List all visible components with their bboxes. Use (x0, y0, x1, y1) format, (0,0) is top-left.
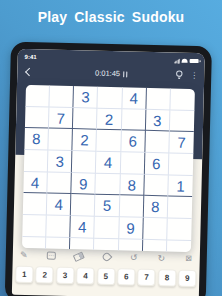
cell-r6c5[interactable] (119, 196, 144, 218)
numpad-key-6[interactable]: 6 (117, 268, 135, 285)
cell-r4c6[interactable]: 6 (145, 153, 170, 175)
cell-r1c5[interactable]: 4 (122, 87, 147, 109)
cell-r5c5[interactable]: 8 (120, 174, 145, 196)
cell-r8c6[interactable] (142, 240, 167, 252)
battery-icon (190, 59, 199, 64)
app-screen: 9:41 0:01:45 (12, 49, 205, 296)
pause-button[interactable] (123, 71, 128, 77)
menu-dots-icon[interactable]: ⋮ (190, 70, 198, 80)
cell-r5c7[interactable]: 1 (168, 175, 193, 197)
cell-r6c1[interactable] (23, 193, 48, 215)
ink-drop-icon[interactable] (100, 251, 112, 263)
numpad: 123456789 (15, 265, 196, 288)
device-frame: 9:41 0:01:45 (5, 42, 212, 296)
cell-r6c3[interactable] (71, 195, 96, 217)
status-icons (174, 58, 199, 64)
app-store-screenshot: Play Classic Sudoku 9:41 0:01:45 (0, 0, 222, 296)
cell-r3c7[interactable]: 7 (169, 132, 194, 154)
cell-r4c3[interactable] (72, 151, 97, 173)
numpad-key-4[interactable]: 4 (76, 267, 94, 284)
redo-icon[interactable]: ↻ (155, 252, 167, 264)
cell-r7c5[interactable]: 9 (119, 217, 144, 239)
clear-icon[interactable]: ⊠ (183, 253, 195, 265)
timer-label: 0:01:45 (95, 69, 120, 79)
cell-r1c2[interactable] (50, 86, 75, 108)
cell-r3c1[interactable]: 8 (24, 128, 49, 150)
cell-r2c4[interactable]: 2 (97, 108, 122, 130)
cell-r1c3[interactable]: 3 (74, 86, 99, 108)
cell-r3c5[interactable]: 6 (121, 131, 146, 153)
cell-r2c6[interactable]: 3 (146, 110, 171, 132)
cell-r3c2[interactable] (49, 129, 74, 151)
numpad-key-7[interactable]: 7 (137, 269, 155, 286)
cell-r2c5[interactable] (121, 109, 146, 131)
cell-r4c7[interactable] (169, 154, 194, 176)
signal-icon (174, 58, 180, 63)
numpad-key-8[interactable]: 8 (158, 269, 176, 286)
cell-r4c4[interactable]: 4 (96, 152, 121, 174)
cell-r5c6[interactable] (144, 175, 169, 197)
cell-r5c1[interactable]: 4 (23, 172, 48, 194)
numpad-key-3[interactable]: 3 (56, 267, 74, 284)
cell-r3c4[interactable] (97, 130, 122, 152)
notes-icon[interactable]: ⋯ (45, 249, 57, 261)
numpad-key-5[interactable]: 5 (97, 268, 115, 285)
cell-r1c1[interactable] (25, 85, 50, 107)
cell-r3c3[interactable]: 2 (73, 129, 98, 151)
cell-r2c2[interactable]: 7 (49, 107, 74, 129)
cell-r7c1[interactable] (22, 215, 47, 237)
cell-r5c4[interactable] (96, 173, 121, 195)
cell-r2c7[interactable] (170, 110, 195, 132)
cell-r5c3[interactable]: 9 (72, 173, 97, 195)
cell-r7c4[interactable] (95, 217, 120, 239)
banner-title: Play Classic Sudoku (0, 9, 222, 25)
cell-r2c1[interactable] (25, 107, 50, 129)
cell-r1c6[interactable] (146, 88, 171, 110)
cell-r1c7[interactable] (170, 88, 195, 110)
cell-r7c6[interactable] (143, 218, 168, 240)
cell-r4c2[interactable]: 3 (48, 151, 73, 173)
status-time: 9:41 (25, 54, 37, 60)
cell-r6c4[interactable]: 5 (95, 195, 120, 217)
hint-lightbulb-icon[interactable] (174, 70, 184, 81)
wifi-icon (182, 59, 188, 63)
cell-r8c7[interactable] (167, 240, 192, 252)
numpad-key-2[interactable]: 2 (36, 266, 54, 283)
cell-r6c6[interactable]: 8 (143, 196, 168, 218)
cell-r3c6[interactable] (145, 131, 170, 153)
cell-r1c4[interactable] (98, 87, 123, 109)
cell-r7c3[interactable]: 4 (71, 216, 96, 238)
cell-r4c1[interactable] (24, 150, 49, 172)
cell-r7c7[interactable] (167, 219, 192, 241)
numpad-key-9[interactable]: 9 (178, 270, 196, 287)
pencil-icon[interactable]: ✎ (18, 249, 30, 261)
cell-r8c5[interactable] (118, 239, 143, 252)
eraser-icon[interactable] (73, 250, 85, 262)
sudoku-grid: 347238267346498145849 (22, 85, 195, 252)
undo-icon[interactable]: ↺ (128, 251, 140, 263)
cell-r4c5[interactable] (120, 152, 145, 174)
cell-r5c2[interactable] (47, 172, 72, 194)
cell-r6c7[interactable] (168, 197, 193, 219)
cell-r6c2[interactable]: 4 (47, 194, 72, 216)
cell-r7c2[interactable] (46, 216, 71, 238)
cell-r2c3[interactable] (73, 108, 98, 130)
numpad-key-1[interactable]: 1 (15, 266, 33, 283)
sudoku-board-card: 347238267346498145849 (22, 85, 195, 252)
